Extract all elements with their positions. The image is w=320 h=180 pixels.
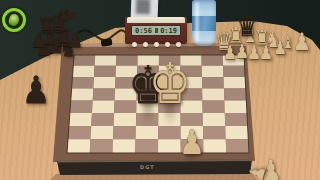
- captured-tray-piece-12: ♛: [236, 13, 257, 41]
- captured-black-piece-7: ♟: [67, 29, 84, 51]
- piece-white-pawn: ♟: [179, 125, 205, 159]
- broadcast-frame: 0:56 0:19 DGT ♚♚♟♟♟♞♟♝♜♟♜♛♞♛♜♜♝♞♟♟♟♟♟♝♛♟…: [0, 0, 320, 180]
- piece-white-king: ♚: [148, 56, 191, 112]
- pieces-layer: ♚♚♟♟♟♞♟♝♜♟♜♛♞♛♜♜♝♞♟♟♟♟♟♝♛♟♟♟♟: [0, 0, 320, 180]
- captured-tray-piece-9: ♟: [259, 43, 273, 62]
- captured-black-piece-10: ♞: [56, 5, 81, 26]
- table-white-pawn-right-edge: ♟: [293, 30, 311, 54]
- table-black-pawn-left: ♟: [22, 71, 51, 109]
